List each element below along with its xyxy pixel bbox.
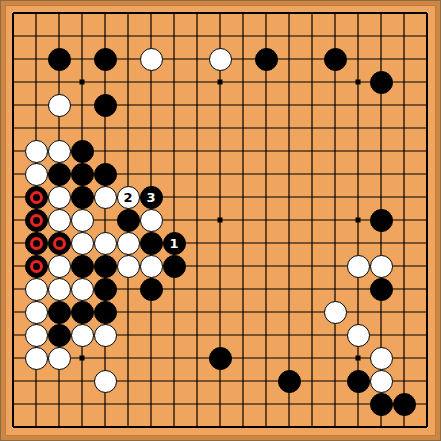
stone-white — [94, 370, 117, 393]
stone-black — [140, 232, 163, 255]
stone-white — [209, 48, 232, 71]
stone-black — [94, 94, 117, 117]
stone-black — [117, 209, 140, 232]
stone-white — [48, 209, 71, 232]
stone-black — [370, 209, 393, 232]
stone-black — [94, 278, 117, 301]
circle-mark — [30, 191, 43, 204]
stone-black — [48, 48, 71, 71]
stone-white — [347, 255, 370, 278]
move-number-label: 1 — [169, 236, 178, 249]
stone-white — [94, 232, 117, 255]
stone-white — [25, 301, 48, 324]
stone-black — [255, 48, 278, 71]
stone-black — [71, 255, 94, 278]
stone-white — [140, 255, 163, 278]
stone-white — [117, 232, 140, 255]
stones-layer: 231 — [2, 2, 439, 439]
circle-mark — [30, 214, 43, 227]
stone-white — [370, 370, 393, 393]
stone-black — [71, 186, 94, 209]
circle-mark — [30, 237, 43, 250]
stone-black — [278, 370, 301, 393]
stone-black — [94, 163, 117, 186]
stone-black — [94, 255, 117, 278]
stone-white — [25, 140, 48, 163]
stone-black — [370, 71, 393, 94]
stone-white — [48, 255, 71, 278]
stone-black — [94, 48, 117, 71]
stone-white — [48, 278, 71, 301]
move-number-label: 2 — [123, 190, 132, 203]
stone-black — [71, 301, 94, 324]
stone-black — [25, 186, 48, 209]
stone-black — [25, 232, 48, 255]
go-board: 231 — [0, 0, 441, 441]
stone-black — [48, 163, 71, 186]
stone-white — [140, 48, 163, 71]
stone-black — [370, 393, 393, 416]
stone-black — [48, 232, 71, 255]
stone-white — [71, 278, 94, 301]
stone-black: 1 — [163, 232, 186, 255]
stone-white — [324, 301, 347, 324]
stone-white — [48, 94, 71, 117]
stone-black — [209, 347, 232, 370]
stone-white — [71, 324, 94, 347]
stone-white — [71, 209, 94, 232]
stone-black — [48, 324, 71, 347]
stone-black — [140, 278, 163, 301]
stone-white — [48, 186, 71, 209]
stone-white — [347, 324, 370, 347]
stone-black — [94, 301, 117, 324]
stone-black — [71, 140, 94, 163]
stone-white — [370, 347, 393, 370]
stone-black — [25, 255, 48, 278]
circle-mark — [53, 237, 66, 250]
stone-white — [94, 186, 117, 209]
stone-white: 2 — [117, 186, 140, 209]
stone-white — [117, 255, 140, 278]
stone-white — [48, 140, 71, 163]
stone-black — [163, 255, 186, 278]
stone-black — [48, 301, 71, 324]
stone-black: 3 — [140, 186, 163, 209]
stone-white — [140, 209, 163, 232]
stone-black — [393, 393, 416, 416]
circle-mark — [30, 260, 43, 273]
stone-white — [71, 232, 94, 255]
stone-white — [25, 347, 48, 370]
stone-black — [347, 370, 370, 393]
stone-black — [71, 163, 94, 186]
stone-white — [25, 278, 48, 301]
stone-white — [25, 324, 48, 347]
stone-white — [25, 163, 48, 186]
stone-white — [48, 347, 71, 370]
move-number-label: 3 — [146, 190, 155, 203]
stone-black — [324, 48, 347, 71]
stone-black — [25, 209, 48, 232]
stone-black — [370, 278, 393, 301]
stone-white — [94, 324, 117, 347]
stone-white — [370, 255, 393, 278]
